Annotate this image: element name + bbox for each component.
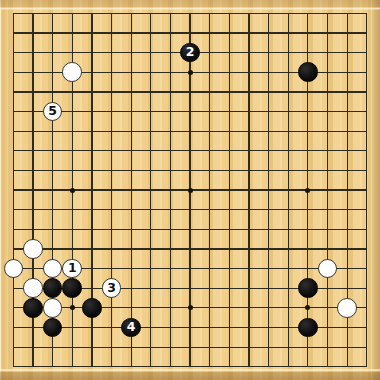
stone [23,298,43,318]
star-point [188,305,193,310]
move-number-label: 3 [107,282,116,295]
star-point [188,70,193,75]
grid-line-horizontal [13,209,368,210]
stone-move-3: 3 [102,278,122,298]
stone [62,62,82,82]
star-point [188,188,193,193]
stone [43,298,63,318]
stone [298,318,318,338]
star-point [305,188,310,193]
stone-move-2: 2 [180,43,200,63]
stone [23,239,43,259]
stone-move-4: 4 [121,318,141,338]
grid-line-vertical [366,13,367,368]
grid-line-vertical [248,13,249,368]
grid-line-vertical [268,13,269,368]
grid-line-horizontal [13,248,368,249]
grid-line-vertical [327,13,328,368]
star-point [70,305,75,310]
move-number-label: 2 [186,46,195,59]
move-number-label: 4 [127,321,136,334]
stone [318,259,338,279]
star-point [70,188,75,193]
stone-move-1: 1 [62,259,82,279]
move-number-label: 1 [68,262,77,275]
grid-line-horizontal [13,366,368,367]
move-number-label: 5 [48,105,57,118]
grid-line-horizontal [13,229,368,230]
stone [82,298,102,318]
stone [337,298,357,318]
grid-line-vertical [288,13,289,368]
stone [43,318,63,338]
stone [298,278,318,298]
stone [4,259,24,279]
grid-line-vertical [229,13,230,368]
go-board[interactable]: 52134 [0,0,380,380]
stone [62,278,82,298]
grid-line-vertical [209,13,210,368]
stone-move-5: 5 [43,102,63,122]
star-point [305,305,310,310]
stone [298,62,318,82]
stone [23,278,43,298]
stone [43,278,63,298]
stone [43,259,63,279]
grid-line-horizontal [13,347,368,348]
